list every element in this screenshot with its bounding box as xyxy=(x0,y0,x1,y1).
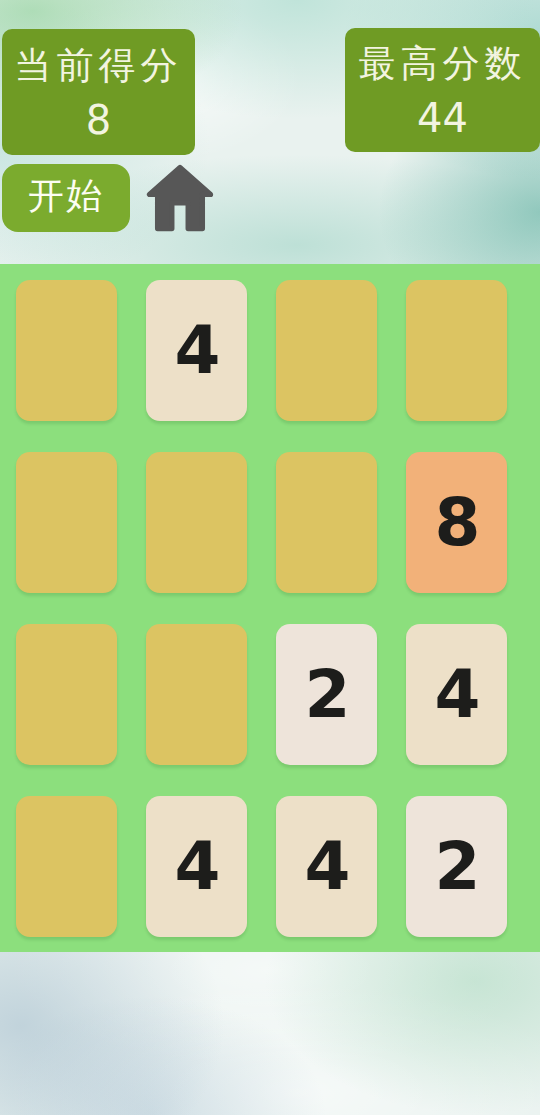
current-score-value: 8 xyxy=(86,97,111,143)
game-board[interactable]: 4824442 xyxy=(0,264,540,952)
tile-2-r4c4: 2 xyxy=(406,796,507,937)
tile-empty-r1c1 xyxy=(16,280,117,421)
start-button[interactable]: 开始 xyxy=(2,164,130,232)
tile-2-r3c3: 2 xyxy=(276,624,377,765)
current-score-label: 当前得分 xyxy=(15,41,183,91)
best-score-label: 最高分数 xyxy=(359,39,527,89)
tile-empty-r2c1 xyxy=(16,452,117,593)
home-button[interactable] xyxy=(141,158,219,238)
tile-value: 4 xyxy=(435,662,479,728)
tile-value: 4 xyxy=(305,834,349,900)
app-screen: 当前得分 8 最高分数 44 开始 4824442 xyxy=(0,0,540,1115)
tile-value: 2 xyxy=(435,834,479,900)
tile-4-r3c4: 4 xyxy=(406,624,507,765)
tile-empty-r3c2 xyxy=(146,624,247,765)
tile-8-r2c4: 8 xyxy=(406,452,507,593)
home-icon xyxy=(141,159,219,237)
tile-value: 2 xyxy=(305,662,349,728)
tile-empty-r2c3 xyxy=(276,452,377,593)
tile-4-r1c2: 4 xyxy=(146,280,247,421)
tile-empty-r4c1 xyxy=(16,796,117,937)
tile-value: 4 xyxy=(175,318,219,384)
tile-4-r4c3: 4 xyxy=(276,796,377,937)
tile-empty-r2c2 xyxy=(146,452,247,593)
current-score-box: 当前得分 8 xyxy=(2,29,195,155)
tile-4-r4c2: 4 xyxy=(146,796,247,937)
best-score-box: 最高分数 44 xyxy=(345,28,540,152)
tile-empty-r1c3 xyxy=(276,280,377,421)
tile-value: 4 xyxy=(175,834,219,900)
tile-empty-r3c1 xyxy=(16,624,117,765)
tile-value: 8 xyxy=(435,490,479,556)
best-score-value: 44 xyxy=(417,95,468,141)
tile-empty-r1c4 xyxy=(406,280,507,421)
